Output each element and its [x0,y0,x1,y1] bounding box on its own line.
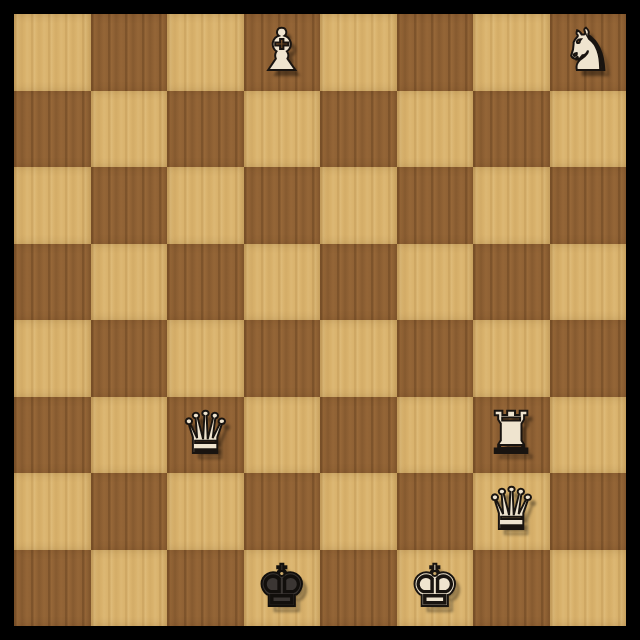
square-c4[interactable] [167,320,244,397]
square-g4[interactable] [473,320,550,397]
square-h1[interactable] [550,550,627,627]
square-c8[interactable] [167,14,244,91]
square-g1[interactable] [473,550,550,627]
square-a8[interactable] [14,14,91,91]
square-c2[interactable] [167,473,244,550]
square-b3[interactable] [91,397,168,474]
square-d7[interactable] [244,91,321,168]
square-e4[interactable] [320,320,397,397]
square-f3[interactable] [397,397,474,474]
square-f5[interactable] [397,244,474,321]
square-f2[interactable] [397,473,474,550]
square-f1[interactable]: ♚ [397,550,474,627]
square-a6[interactable] [14,167,91,244]
square-e1[interactable] [320,550,397,627]
square-a4[interactable] [14,320,91,397]
square-b4[interactable] [91,320,168,397]
square-h7[interactable] [550,91,627,168]
white-rook[interactable]: ♜ [485,404,537,462]
square-a2[interactable] [14,473,91,550]
square-d4[interactable] [244,320,321,397]
square-h8[interactable]: ♞ [550,14,627,91]
square-h4[interactable] [550,320,627,397]
square-d8[interactable]: ♝ [244,14,321,91]
square-d2[interactable] [244,473,321,550]
square-d6[interactable] [244,167,321,244]
square-b1[interactable] [91,550,168,627]
square-h3[interactable] [550,397,627,474]
square-g3[interactable]: ♜ [473,397,550,474]
square-b8[interactable] [91,14,168,91]
square-d3[interactable] [244,397,321,474]
square-g2[interactable]: ♛ [473,473,550,550]
square-c6[interactable] [167,167,244,244]
square-g6[interactable] [473,167,550,244]
square-f6[interactable] [397,167,474,244]
black-king[interactable]: ♚ [256,557,308,615]
square-b2[interactable] [91,473,168,550]
square-c5[interactable] [167,244,244,321]
square-g5[interactable] [473,244,550,321]
white-bishop[interactable]: ♝ [256,21,308,79]
square-a1[interactable] [14,550,91,627]
square-c3[interactable]: ♛ [167,397,244,474]
square-e6[interactable] [320,167,397,244]
square-b6[interactable] [91,167,168,244]
square-a5[interactable] [14,244,91,321]
square-h6[interactable] [550,167,627,244]
white-knight[interactable]: ♞ [562,21,614,79]
board-frame: ♝♞♛♜♛♚♚ [0,0,640,640]
white-queen[interactable]: ♛ [485,480,537,538]
square-f4[interactable] [397,320,474,397]
square-e7[interactable] [320,91,397,168]
square-b7[interactable] [91,91,168,168]
square-c1[interactable] [167,550,244,627]
square-a7[interactable] [14,91,91,168]
square-a3[interactable] [14,397,91,474]
square-f8[interactable] [397,14,474,91]
chess-board: ♝♞♛♜♛♚♚ [14,14,626,626]
square-d1[interactable]: ♚ [244,550,321,627]
square-f7[interactable] [397,91,474,168]
square-e5[interactable] [320,244,397,321]
square-g8[interactable] [473,14,550,91]
square-d5[interactable] [244,244,321,321]
square-h2[interactable] [550,473,627,550]
white-king[interactable]: ♚ [409,557,461,615]
square-h5[interactable] [550,244,627,321]
square-c7[interactable] [167,91,244,168]
square-e8[interactable] [320,14,397,91]
white-queen[interactable]: ♛ [179,404,231,462]
square-e2[interactable] [320,473,397,550]
square-e3[interactable] [320,397,397,474]
square-g7[interactable] [473,91,550,168]
square-b5[interactable] [91,244,168,321]
